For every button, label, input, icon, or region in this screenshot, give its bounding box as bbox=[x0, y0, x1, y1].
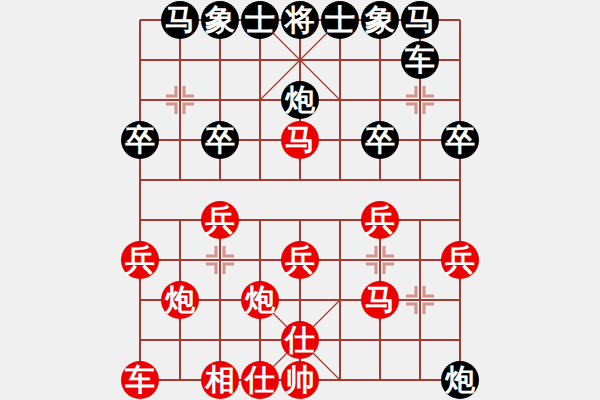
position-marker bbox=[184, 86, 194, 96]
position-marker bbox=[384, 246, 394, 256]
piece-black-general[interactable]: 将 bbox=[281, 1, 319, 39]
position-marker bbox=[424, 304, 434, 314]
piece-black-horse-right[interactable]: 马 bbox=[401, 1, 439, 39]
piece-red-cannon-right[interactable]: 炮 bbox=[241, 281, 279, 319]
piece-red-horse-right[interactable]: 马 bbox=[361, 281, 399, 319]
piece-black-horse-left[interactable]: 马 bbox=[161, 1, 199, 39]
piece-black-elephant-left[interactable]: 象 bbox=[201, 1, 239, 39]
piece-red-cannon-left[interactable]: 炮 bbox=[161, 281, 199, 319]
position-marker bbox=[224, 264, 234, 274]
position-marker bbox=[424, 86, 434, 96]
position-marker bbox=[166, 86, 176, 96]
piece-black-cannon-corner[interactable]: 炮 bbox=[441, 361, 479, 399]
piece-black-soldier-c[interactable]: 卒 bbox=[201, 121, 239, 159]
piece-black-advisor-left[interactable]: 士 bbox=[241, 1, 279, 39]
piece-black-soldier-i[interactable]: 卒 bbox=[441, 121, 479, 159]
position-marker bbox=[406, 104, 416, 114]
position-marker bbox=[406, 304, 416, 314]
position-marker bbox=[366, 264, 376, 274]
position-marker bbox=[366, 246, 376, 256]
xiangqi-board: 马象士将士象马车炮卒卒马卒卒兵兵兵兵兵炮炮马仕车相仕帅炮 bbox=[140, 20, 460, 380]
piece-black-soldier-a[interactable]: 卒 bbox=[121, 121, 159, 159]
piece-red-advisor-left[interactable]: 仕 bbox=[241, 361, 279, 399]
piece-red-pawn-i[interactable]: 兵 bbox=[441, 241, 479, 279]
piece-red-chariot[interactable]: 车 bbox=[121, 361, 159, 399]
position-marker bbox=[406, 286, 416, 296]
position-marker bbox=[406, 86, 416, 96]
piece-red-elephant[interactable]: 相 bbox=[201, 361, 239, 399]
position-marker bbox=[384, 264, 394, 274]
piece-black-cannon-center[interactable]: 炮 bbox=[281, 81, 319, 119]
position-marker bbox=[424, 104, 434, 114]
piece-red-general[interactable]: 帅 bbox=[281, 361, 319, 399]
piece-red-advisor-center[interactable]: 仕 bbox=[281, 321, 319, 359]
position-marker bbox=[224, 246, 234, 256]
position-marker bbox=[166, 104, 176, 114]
position-marker bbox=[424, 286, 434, 296]
position-marker bbox=[206, 264, 216, 274]
piece-red-pawn-a[interactable]: 兵 bbox=[121, 241, 159, 279]
position-marker bbox=[184, 104, 194, 114]
piece-red-pawn-g[interactable]: 兵 bbox=[361, 201, 399, 239]
piece-red-pawn-c[interactable]: 兵 bbox=[201, 201, 239, 239]
piece-red-pawn-e[interactable]: 兵 bbox=[281, 241, 319, 279]
piece-black-advisor-right[interactable]: 士 bbox=[321, 1, 359, 39]
xiangqi-screen: 马象士将士象马车炮卒卒马卒卒兵兵兵兵兵炮炮马仕车相仕帅炮 bbox=[0, 0, 600, 400]
piece-black-elephant-right[interactable]: 象 bbox=[361, 1, 399, 39]
piece-black-chariot[interactable]: 车 bbox=[401, 41, 439, 79]
piece-red-horse-advanced[interactable]: 马 bbox=[281, 121, 319, 159]
position-marker bbox=[206, 246, 216, 256]
piece-black-soldier-g[interactable]: 卒 bbox=[361, 121, 399, 159]
